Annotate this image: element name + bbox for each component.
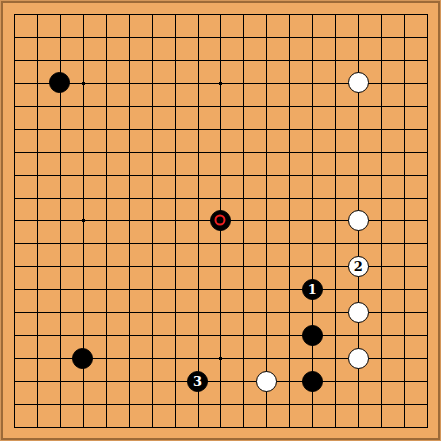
move-number-label: 2: [354, 260, 363, 273]
star-point: [219, 357, 222, 360]
grid-vertical-line: [312, 14, 313, 428]
grid-horizontal-line: [14, 289, 428, 290]
grid-vertical-line: [289, 14, 290, 428]
move-number-label: 1: [308, 283, 317, 296]
star-point: [219, 82, 222, 85]
black-stone-10-10: [210, 210, 231, 231]
grid-horizontal-line: [14, 404, 428, 405]
black-stone-4-16: [72, 348, 93, 369]
white-stone-16-14: [348, 302, 369, 323]
go-board: 132: [0, 0, 441, 441]
star-point: [82, 219, 85, 222]
grid-horizontal-line: [14, 427, 428, 428]
grid-vertical-line: [404, 14, 405, 428]
white-stone-16-10: [348, 210, 369, 231]
grid-horizontal-line: [14, 335, 428, 336]
grid-vertical-line: [335, 14, 336, 428]
grid-horizontal-line: [14, 243, 428, 244]
red-circle-marker: [215, 215, 226, 226]
black-stone-14-15: [302, 325, 323, 346]
white-stone-16-16: [348, 348, 369, 369]
grid-vertical-line: [266, 14, 267, 428]
white-stone-16-12: 2: [348, 256, 369, 277]
grid-vertical-line: [427, 14, 428, 428]
star-point: [82, 82, 85, 85]
grid-vertical-line: [381, 14, 382, 428]
black-stone-14-13: 1: [302, 279, 323, 300]
grid-vertical-line: [243, 14, 244, 428]
white-stone-12-17: [256, 371, 277, 392]
black-stone-9-17: 3: [187, 371, 208, 392]
grid-horizontal-line: [14, 381, 428, 382]
move-number-label: 3: [193, 375, 202, 388]
white-stone-16-4: [348, 72, 369, 93]
black-stone-14-17: [302, 371, 323, 392]
